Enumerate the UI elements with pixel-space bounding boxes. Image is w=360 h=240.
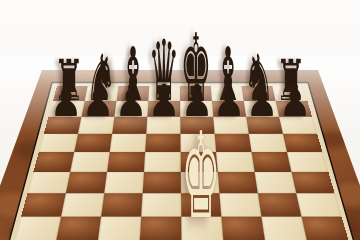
square-d8 <box>148 86 180 101</box>
square-b2 <box>61 193 104 216</box>
square-b5 <box>74 134 112 152</box>
square-b6 <box>78 117 114 134</box>
square-f2 <box>219 193 261 216</box>
square-c6 <box>112 117 147 134</box>
square-a3 <box>27 172 70 193</box>
square-a4 <box>33 152 74 172</box>
square-d2 <box>141 193 181 216</box>
square-f5 <box>215 134 252 152</box>
square-h1 <box>301 217 349 240</box>
square-b3 <box>66 172 107 193</box>
square-c3 <box>104 172 144 193</box>
square-b7 <box>81 101 116 117</box>
chessboard-photo: ♜♞♝♛♚♝♞♜♟♟♟♟♟♟♟♟♚ <box>0 0 360 240</box>
square-e7 <box>180 101 213 117</box>
square-f1 <box>221 217 265 240</box>
square-f7 <box>212 101 246 117</box>
square-c2 <box>101 193 143 216</box>
square-c5 <box>110 134 147 152</box>
square-d4 <box>144 152 181 172</box>
square-a1 <box>14 217 61 240</box>
square-c4 <box>107 152 145 172</box>
square-c1 <box>98 217 141 240</box>
square-h2 <box>296 193 341 216</box>
square-e2 <box>181 193 221 216</box>
square-h3 <box>291 172 334 193</box>
square-b1 <box>56 217 101 240</box>
square-g5 <box>249 134 287 152</box>
square-d6 <box>146 117 180 134</box>
square-g1 <box>261 217 307 240</box>
square-a6 <box>44 117 82 134</box>
square-h4 <box>287 152 328 172</box>
square-a2 <box>21 193 66 216</box>
square-e5 <box>180 134 216 152</box>
square-f8 <box>211 86 244 101</box>
square-g7 <box>244 101 279 117</box>
square-g6 <box>246 117 283 134</box>
chess-board-grid <box>14 86 349 240</box>
square-d3 <box>143 172 181 193</box>
square-f6 <box>213 117 249 134</box>
square-a7 <box>49 101 85 117</box>
square-e8 <box>180 86 212 101</box>
square-e1 <box>181 217 223 240</box>
square-f3 <box>218 172 258 193</box>
square-e3 <box>181 172 220 193</box>
square-g2 <box>258 193 302 216</box>
square-b8 <box>85 86 119 101</box>
square-b4 <box>70 152 110 172</box>
square-h5 <box>283 134 323 152</box>
square-e6 <box>180 117 214 134</box>
square-a5 <box>39 134 78 152</box>
square-a8 <box>53 86 88 101</box>
square-f4 <box>216 152 254 172</box>
square-h6 <box>279 117 317 134</box>
square-g4 <box>252 152 292 172</box>
square-g3 <box>255 172 297 193</box>
square-g8 <box>242 86 276 101</box>
square-d5 <box>145 134 180 152</box>
square-e4 <box>181 152 218 172</box>
square-d7 <box>147 101 180 117</box>
square-c8 <box>117 86 150 101</box>
square-d1 <box>140 217 182 240</box>
square-h8 <box>272 86 307 101</box>
square-h7 <box>276 101 312 117</box>
square-c7 <box>114 101 148 117</box>
